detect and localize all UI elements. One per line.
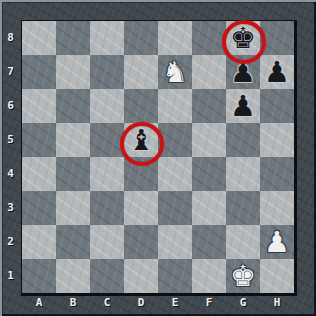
square-f2[interactable]	[192, 225, 226, 259]
square-b6[interactable]	[56, 89, 90, 123]
square-d7[interactable]	[124, 55, 158, 89]
rank-label-7: 7	[3, 66, 18, 78]
square-d6[interactable]	[124, 89, 158, 123]
square-a3[interactable]	[22, 191, 56, 225]
square-f7[interactable]	[192, 55, 226, 89]
square-a2[interactable]	[22, 225, 56, 259]
square-e2[interactable]	[158, 225, 192, 259]
rank-label-4: 4	[3, 168, 18, 180]
square-h3[interactable]	[260, 191, 294, 225]
square-c6[interactable]	[90, 89, 124, 123]
square-c5[interactable]	[90, 123, 124, 157]
square-f3[interactable]	[192, 191, 226, 225]
square-f4[interactable]	[192, 157, 226, 191]
square-g7[interactable]: ♟	[226, 55, 260, 89]
piece-black-pawn-h7[interactable]: ♟	[260, 55, 294, 89]
square-g4[interactable]	[226, 157, 260, 191]
square-h5[interactable]	[260, 123, 294, 157]
square-e4[interactable]	[158, 157, 192, 191]
piece-white-pawn-h2[interactable]: ♟	[260, 225, 294, 259]
square-b2[interactable]	[56, 225, 90, 259]
square-e6[interactable]	[158, 89, 192, 123]
square-c7[interactable]	[90, 55, 124, 89]
square-c2[interactable]	[90, 225, 124, 259]
square-f1[interactable]	[192, 259, 226, 293]
rank-label-6: 6	[3, 100, 18, 112]
square-f6[interactable]	[192, 89, 226, 123]
square-a4[interactable]	[22, 157, 56, 191]
square-g1[interactable]: ♚	[226, 259, 260, 293]
square-h1[interactable]	[260, 259, 294, 293]
file-label-h: H	[260, 297, 294, 309]
square-g8[interactable]: ♚	[226, 21, 260, 55]
square-d4[interactable]	[124, 157, 158, 191]
square-g3[interactable]	[226, 191, 260, 225]
file-label-c: C	[90, 297, 124, 309]
square-f8[interactable]	[192, 21, 226, 55]
rank-label-5: 5	[3, 134, 18, 146]
square-b8[interactable]	[56, 21, 90, 55]
square-a1[interactable]	[22, 259, 56, 293]
square-d1[interactable]	[124, 259, 158, 293]
square-h7[interactable]: ♟	[260, 55, 294, 89]
square-h8[interactable]	[260, 21, 294, 55]
square-d8[interactable]	[124, 21, 158, 55]
square-b5[interactable]	[56, 123, 90, 157]
piece-black-king-g8[interactable]: ♚	[226, 21, 260, 55]
chess-board-frame: ♚♞♟♟♟♝♟♚ 87654321 ABCDEFGH	[0, 0, 316, 316]
square-c8[interactable]	[90, 21, 124, 55]
chess-board: ♚♞♟♟♟♝♟♚	[21, 20, 297, 296]
piece-black-bishop-d5[interactable]: ♝	[124, 123, 158, 157]
square-c1[interactable]	[90, 259, 124, 293]
rank-label-8: 8	[3, 32, 18, 44]
piece-white-knight-e7[interactable]: ♞	[158, 55, 192, 89]
square-h4[interactable]	[260, 157, 294, 191]
file-label-f: F	[192, 297, 226, 309]
square-d3[interactable]	[124, 191, 158, 225]
piece-black-pawn-g7[interactable]: ♟	[226, 55, 260, 89]
square-g6[interactable]: ♟	[226, 89, 260, 123]
square-a5[interactable]	[22, 123, 56, 157]
rank-label-2: 2	[3, 236, 18, 248]
square-e7[interactable]: ♞	[158, 55, 192, 89]
square-b1[interactable]	[56, 259, 90, 293]
square-d5[interactable]: ♝	[124, 123, 158, 157]
square-c3[interactable]	[90, 191, 124, 225]
square-g5[interactable]	[226, 123, 260, 157]
file-label-a: A	[22, 297, 56, 309]
square-h2[interactable]: ♟	[260, 225, 294, 259]
square-e3[interactable]	[158, 191, 192, 225]
file-label-e: E	[158, 297, 192, 309]
file-label-b: B	[56, 297, 90, 309]
square-b7[interactable]	[56, 55, 90, 89]
square-b4[interactable]	[56, 157, 90, 191]
square-e1[interactable]	[158, 259, 192, 293]
square-f5[interactable]	[192, 123, 226, 157]
square-a7[interactable]	[22, 55, 56, 89]
piece-black-pawn-g6[interactable]: ♟	[226, 89, 260, 123]
square-c4[interactable]	[90, 157, 124, 191]
square-h6[interactable]	[260, 89, 294, 123]
square-a8[interactable]	[22, 21, 56, 55]
file-label-d: D	[124, 297, 158, 309]
square-e8[interactable]	[158, 21, 192, 55]
file-label-g: G	[226, 297, 260, 309]
square-g2[interactable]	[226, 225, 260, 259]
square-d2[interactable]	[124, 225, 158, 259]
rank-label-3: 3	[3, 202, 18, 214]
rank-label-1: 1	[3, 270, 18, 282]
square-e5[interactable]	[158, 123, 192, 157]
piece-white-king-g1[interactable]: ♚	[226, 259, 260, 293]
square-a6[interactable]	[22, 89, 56, 123]
square-b3[interactable]	[56, 191, 90, 225]
